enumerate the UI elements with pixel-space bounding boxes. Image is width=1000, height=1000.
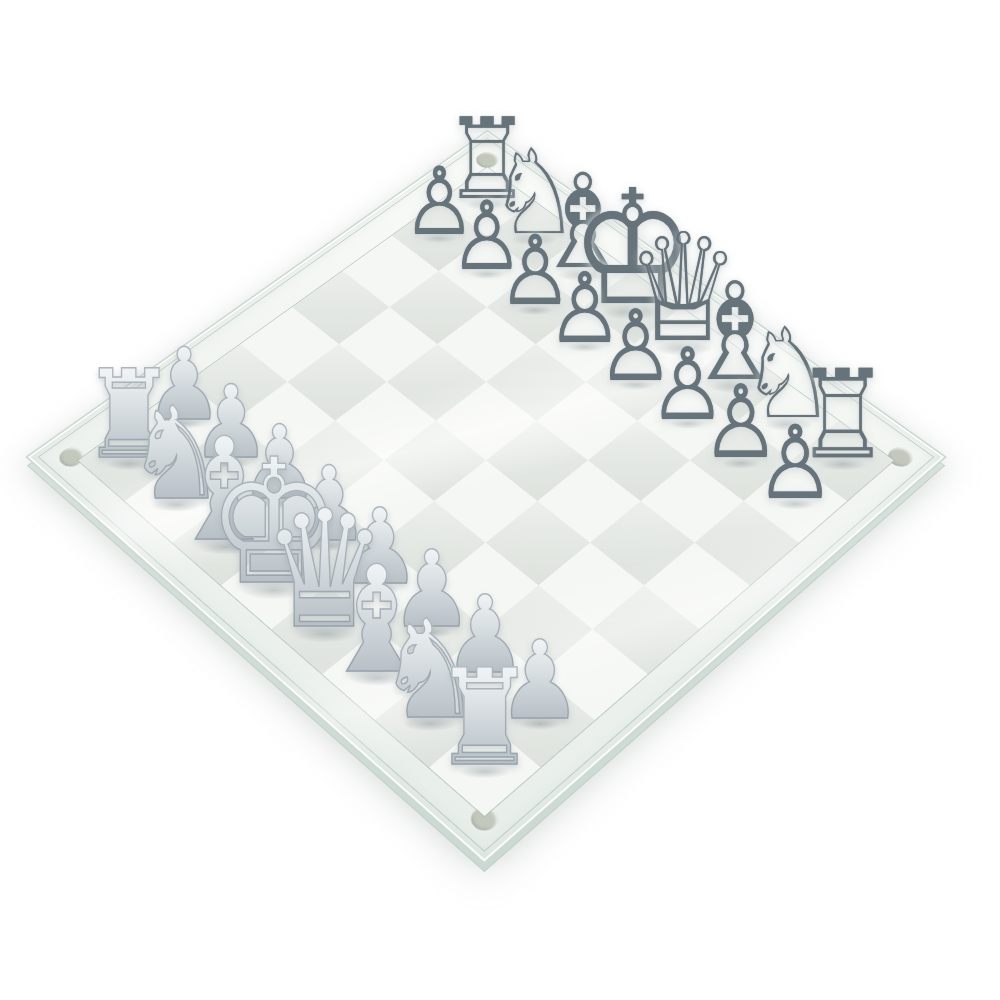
board-cell xyxy=(277,501,381,585)
board-cell xyxy=(644,543,750,629)
board-cell xyxy=(429,720,540,816)
board-cell xyxy=(378,585,485,674)
board-tilt-wrapper xyxy=(25,130,947,865)
board-cell xyxy=(327,543,433,629)
product-photo-stage: ♖♘♗♔♕♗♘♖♙♙♙♙♙♙♙♙♟♟♟♟♟♟♟♟♜♞♝♚♛♝♞♜ xyxy=(0,0,1000,1000)
board-cell xyxy=(433,543,539,629)
board-cell xyxy=(485,585,592,674)
board-cell xyxy=(271,585,378,674)
board-cell xyxy=(485,674,595,767)
board-cell xyxy=(486,501,590,585)
board-cell xyxy=(431,629,539,720)
board-cell xyxy=(331,460,434,542)
board-cell xyxy=(381,501,485,585)
board-cell xyxy=(228,460,331,542)
foot-pad xyxy=(466,802,504,835)
foot-pad xyxy=(55,444,89,471)
board-cell xyxy=(539,629,647,720)
board-cell xyxy=(172,501,276,585)
board-cell xyxy=(592,585,699,674)
board-scene xyxy=(0,0,1000,1000)
board-cell xyxy=(744,460,847,542)
board-cell xyxy=(537,460,640,542)
board-cell xyxy=(322,629,430,720)
checkerboard xyxy=(77,166,895,817)
board-cell xyxy=(434,460,537,542)
board-cell xyxy=(695,501,799,585)
board-cell xyxy=(641,460,744,542)
chess-board xyxy=(25,130,947,865)
board-cell xyxy=(375,674,485,767)
board-cell xyxy=(538,543,644,629)
foot-pad xyxy=(883,444,917,471)
board-cell xyxy=(590,501,694,585)
board-cell xyxy=(221,543,327,629)
board-cell xyxy=(125,460,228,542)
